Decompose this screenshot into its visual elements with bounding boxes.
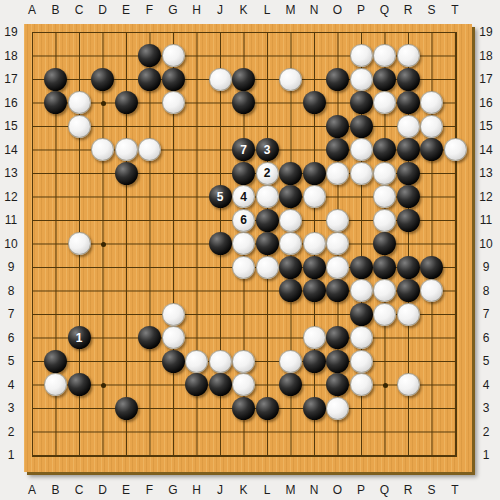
white-stone-B4[interactable] <box>44 373 67 396</box>
col-label-top-L: L <box>257 3 277 17</box>
black-stone-N9[interactable] <box>303 256 326 279</box>
row-label-right-2: 2 <box>476 425 496 439</box>
white-stone-J5[interactable] <box>209 350 232 373</box>
row-label-left-8: 8 <box>1 284 21 298</box>
go-diagram: 7325461 AABBCCDDEEFFGGHHJJKKLLMMNNOOPPQQ… <box>0 0 500 500</box>
col-label-bottom-P: P <box>351 483 371 497</box>
white-stone-Q7[interactable] <box>373 303 396 326</box>
black-stone-O5[interactable] <box>326 350 349 373</box>
col-label-bottom-O: O <box>328 483 348 497</box>
row-label-left-17: 17 <box>1 72 21 86</box>
black-stone-R9[interactable] <box>397 256 420 279</box>
black-stone-R11[interactable] <box>397 209 420 232</box>
col-label-bottom-A: A <box>22 483 42 497</box>
black-stone-Q10[interactable] <box>373 232 396 255</box>
black-stone-N13[interactable] <box>303 162 326 185</box>
black-stone-M8[interactable] <box>279 279 302 302</box>
move-2-stone-L13[interactable]: 2 <box>256 162 279 185</box>
row-label-right-14: 14 <box>476 143 496 157</box>
star-point-D16 <box>101 101 106 106</box>
black-stone-E13[interactable] <box>115 162 138 185</box>
white-stone-K9[interactable] <box>232 256 255 279</box>
row-label-right-10: 10 <box>476 237 496 251</box>
col-label-top-H: H <box>187 3 207 17</box>
white-stone-G18[interactable] <box>162 44 185 67</box>
col-label-bottom-C: C <box>69 483 89 497</box>
white-stone-P6[interactable] <box>350 326 373 349</box>
col-label-top-C: C <box>69 3 89 17</box>
col-label-bottom-H: H <box>187 483 207 497</box>
white-stone-R7[interactable] <box>397 303 420 326</box>
col-label-top-N: N <box>304 3 324 17</box>
white-stone-M5[interactable] <box>279 350 302 373</box>
white-stone-Q16[interactable] <box>373 91 396 114</box>
col-label-bottom-F: F <box>140 483 160 497</box>
col-label-top-T: T <box>445 3 465 17</box>
white-stone-C10[interactable] <box>68 232 91 255</box>
row-label-right-8: 8 <box>476 284 496 298</box>
row-label-left-18: 18 <box>1 49 21 63</box>
move-4-stone-K12[interactable]: 4 <box>232 185 255 208</box>
black-stone-R8[interactable] <box>397 279 420 302</box>
white-stone-P5[interactable] <box>350 350 373 373</box>
move-5-stone-J12[interactable]: 5 <box>209 185 232 208</box>
row-label-left-16: 16 <box>1 96 21 110</box>
col-label-bottom-E: E <box>116 483 136 497</box>
black-stone-K13[interactable] <box>232 162 255 185</box>
white-stone-O9[interactable] <box>326 256 349 279</box>
white-stone-P13[interactable] <box>350 162 373 185</box>
black-stone-P15[interactable] <box>350 115 373 138</box>
black-stone-P7[interactable] <box>350 303 373 326</box>
row-label-right-3: 3 <box>476 401 496 415</box>
white-stone-G7[interactable] <box>162 303 185 326</box>
white-stone-P14[interactable] <box>350 138 373 161</box>
black-stone-N16[interactable] <box>303 91 326 114</box>
black-stone-B5[interactable] <box>44 350 67 373</box>
row-label-left-10: 10 <box>1 237 21 251</box>
row-label-right-6: 6 <box>476 331 496 345</box>
white-stone-O3[interactable] <box>326 397 349 420</box>
black-stone-O17[interactable] <box>326 68 349 91</box>
black-stone-M4[interactable] <box>279 373 302 396</box>
white-stone-O11[interactable] <box>326 209 349 232</box>
col-label-bottom-J: J <box>210 483 230 497</box>
row-label-left-13: 13 <box>1 166 21 180</box>
row-label-right-16: 16 <box>476 96 496 110</box>
black-stone-B16[interactable] <box>44 91 67 114</box>
row-label-right-4: 4 <box>476 378 496 392</box>
col-label-top-M: M <box>281 3 301 17</box>
black-stone-P9[interactable] <box>350 256 373 279</box>
col-label-top-S: S <box>422 3 442 17</box>
col-label-top-K: K <box>234 3 254 17</box>
black-stone-F18[interactable] <box>138 44 161 67</box>
black-stone-N5[interactable] <box>303 350 326 373</box>
black-stone-R16[interactable] <box>397 91 420 114</box>
row-label-left-19: 19 <box>1 25 21 39</box>
white-stone-C16[interactable] <box>68 91 91 114</box>
black-stone-H4[interactable] <box>185 373 208 396</box>
star-point-D4 <box>101 383 106 388</box>
white-stone-F14[interactable] <box>138 138 161 161</box>
col-label-top-F: F <box>140 3 160 17</box>
black-stone-G5[interactable] <box>162 350 185 373</box>
row-label-right-17: 17 <box>476 72 496 86</box>
row-label-left-2: 2 <box>1 425 21 439</box>
black-stone-N3[interactable] <box>303 397 326 420</box>
black-stone-M12[interactable] <box>279 185 302 208</box>
black-stone-R12[interactable] <box>397 185 420 208</box>
row-label-left-1: 1 <box>1 448 21 462</box>
black-stone-C4[interactable] <box>68 373 91 396</box>
white-stone-S8[interactable] <box>420 279 443 302</box>
col-label-top-R: R <box>398 3 418 17</box>
white-stone-P17[interactable] <box>350 68 373 91</box>
move-7-stone-K14[interactable]: 7 <box>232 138 255 161</box>
white-stone-Q12[interactable] <box>373 185 396 208</box>
row-label-right-19: 19 <box>476 25 496 39</box>
star-point-Q4 <box>383 383 388 388</box>
col-label-top-J: J <box>210 3 230 17</box>
col-label-top-A: A <box>22 3 42 17</box>
white-stone-M11[interactable] <box>279 209 302 232</box>
black-stone-K17[interactable] <box>232 68 255 91</box>
col-label-top-B: B <box>46 3 66 17</box>
row-label-right-18: 18 <box>476 49 496 63</box>
row-label-left-9: 9 <box>1 260 21 274</box>
black-stone-R13[interactable] <box>397 162 420 185</box>
white-stone-Q18[interactable] <box>373 44 396 67</box>
star-point-D10 <box>101 242 106 247</box>
white-stone-R15[interactable] <box>397 115 420 138</box>
col-label-top-Q: Q <box>375 3 395 17</box>
row-label-right-15: 15 <box>476 119 496 133</box>
col-label-bottom-M: M <box>281 483 301 497</box>
white-stone-K4[interactable] <box>232 373 255 396</box>
white-stone-P18[interactable] <box>350 44 373 67</box>
col-label-top-P: P <box>351 3 371 17</box>
col-label-bottom-T: T <box>445 483 465 497</box>
row-label-right-13: 13 <box>476 166 496 180</box>
white-stone-E14[interactable] <box>115 138 138 161</box>
black-stone-S14[interactable] <box>420 138 443 161</box>
row-label-left-3: 3 <box>1 401 21 415</box>
black-stone-B17[interactable] <box>44 68 67 91</box>
white-stone-H5[interactable] <box>185 350 208 373</box>
white-stone-N6[interactable] <box>303 326 326 349</box>
white-stone-G16[interactable] <box>162 91 185 114</box>
black-stone-S9[interactable] <box>420 256 443 279</box>
row-label-left-15: 15 <box>1 119 21 133</box>
black-stone-O4[interactable] <box>326 373 349 396</box>
black-stone-F17[interactable] <box>138 68 161 91</box>
row-label-left-14: 14 <box>1 143 21 157</box>
row-label-right-5: 5 <box>476 354 496 368</box>
white-stone-M10[interactable] <box>279 232 302 255</box>
white-stone-S15[interactable] <box>420 115 443 138</box>
move-3-stone-L14[interactable]: 3 <box>256 138 279 161</box>
black-stone-O8[interactable] <box>326 279 349 302</box>
black-stone-R14[interactable] <box>397 138 420 161</box>
black-stone-F6[interactable] <box>138 326 161 349</box>
black-stone-N8[interactable] <box>303 279 326 302</box>
row-label-left-7: 7 <box>1 307 21 321</box>
col-label-bottom-K: K <box>234 483 254 497</box>
col-label-top-D: D <box>93 3 113 17</box>
white-stone-P4[interactable] <box>350 373 373 396</box>
goban[interactable]: 7325461 <box>24 24 472 472</box>
black-stone-Q9[interactable] <box>373 256 396 279</box>
col-label-top-E: E <box>116 3 136 17</box>
black-stone-O6[interactable] <box>326 326 349 349</box>
col-label-bottom-G: G <box>163 483 183 497</box>
move-6-stone-K11[interactable]: 6 <box>232 209 255 232</box>
row-label-right-1: 1 <box>476 448 496 462</box>
white-stone-L9[interactable] <box>256 256 279 279</box>
black-stone-M9[interactable] <box>279 256 302 279</box>
black-stone-Q14[interactable] <box>373 138 396 161</box>
black-stone-J10[interactable] <box>209 232 232 255</box>
white-stone-N10[interactable] <box>303 232 326 255</box>
row-label-right-9: 9 <box>476 260 496 274</box>
row-label-left-4: 4 <box>1 378 21 392</box>
black-stone-E3[interactable] <box>115 397 138 420</box>
black-stone-O15[interactable] <box>326 115 349 138</box>
col-label-bottom-L: L <box>257 483 277 497</box>
white-stone-S16[interactable] <box>420 91 443 114</box>
white-stone-K10[interactable] <box>232 232 255 255</box>
black-stone-R17[interactable] <box>397 68 420 91</box>
black-stone-L3[interactable] <box>256 397 279 420</box>
black-stone-K3[interactable] <box>232 397 255 420</box>
white-stone-D14[interactable] <box>91 138 114 161</box>
white-stone-N12[interactable] <box>303 185 326 208</box>
white-stone-J17[interactable] <box>209 68 232 91</box>
col-label-bottom-B: B <box>46 483 66 497</box>
black-stone-Q17[interactable] <box>373 68 396 91</box>
black-stone-D17[interactable] <box>91 68 114 91</box>
col-label-bottom-N: N <box>304 483 324 497</box>
white-stone-R18[interactable] <box>397 44 420 67</box>
black-stone-P16[interactable] <box>350 91 373 114</box>
row-label-left-6: 6 <box>1 331 21 345</box>
col-label-top-O: O <box>328 3 348 17</box>
black-stone-E16[interactable] <box>115 91 138 114</box>
white-stone-T14[interactable] <box>444 138 467 161</box>
black-stone-L10[interactable] <box>256 232 279 255</box>
move-1-stone-C6[interactable]: 1 <box>68 326 91 349</box>
black-stone-M13[interactable] <box>279 162 302 185</box>
white-stone-M17[interactable] <box>279 68 302 91</box>
white-stone-Q13[interactable] <box>373 162 396 185</box>
col-label-bottom-Q: Q <box>375 483 395 497</box>
col-label-top-G: G <box>163 3 183 17</box>
white-stone-K5[interactable] <box>232 350 255 373</box>
row-label-right-11: 11 <box>476 213 496 227</box>
white-stone-O13[interactable] <box>326 162 349 185</box>
row-label-right-12: 12 <box>476 190 496 204</box>
black-stone-J4[interactable] <box>209 373 232 396</box>
row-label-left-11: 11 <box>1 213 21 227</box>
row-label-right-7: 7 <box>476 307 496 321</box>
row-label-left-5: 5 <box>1 354 21 368</box>
white-stone-R4[interactable] <box>397 373 420 396</box>
white-stone-L12[interactable] <box>256 185 279 208</box>
white-stone-Q11[interactable] <box>373 209 396 232</box>
white-stone-G6[interactable] <box>162 326 185 349</box>
black-stone-K16[interactable] <box>232 91 255 114</box>
black-stone-O14[interactable] <box>326 138 349 161</box>
col-label-bottom-D: D <box>93 483 113 497</box>
white-stone-O10[interactable] <box>326 232 349 255</box>
white-stone-Q8[interactable] <box>373 279 396 302</box>
white-stone-C15[interactable] <box>68 115 91 138</box>
col-label-bottom-R: R <box>398 483 418 497</box>
black-stone-L11[interactable] <box>256 209 279 232</box>
white-stone-P8[interactable] <box>350 279 373 302</box>
black-stone-G17[interactable] <box>162 68 185 91</box>
col-label-bottom-S: S <box>422 483 442 497</box>
row-label-left-12: 12 <box>1 190 21 204</box>
